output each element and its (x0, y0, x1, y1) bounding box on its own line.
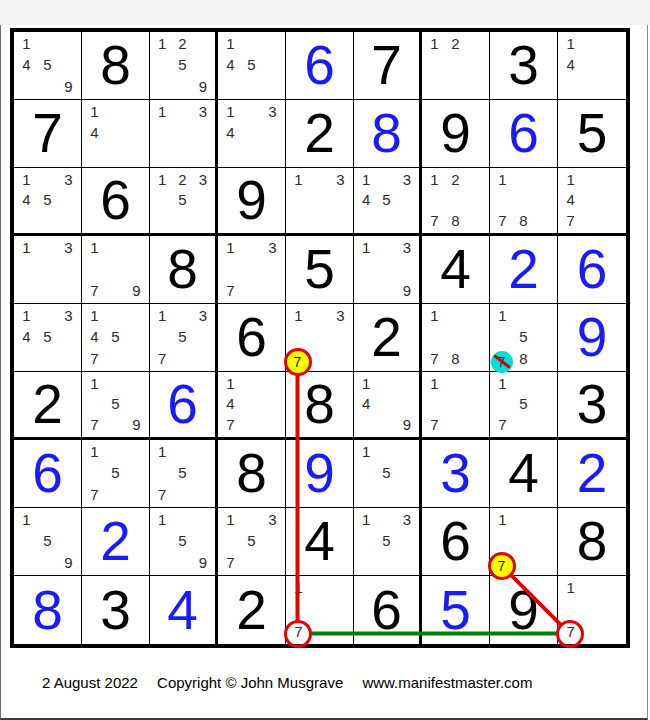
candidate-1: 1 (288, 305, 309, 326)
candidate-3: 3 (262, 101, 283, 122)
candidate-8: 8 (445, 210, 466, 231)
cell-r5c7[interactable]: 178 (422, 304, 490, 372)
footer-copyright: Copyright © John Musgrave (157, 674, 343, 691)
candidate-7: 7 (84, 280, 105, 301)
cell-r5c1[interactable]: 1345 (14, 304, 82, 372)
pencil-marks: 147 (220, 373, 283, 435)
pencil-marks: 13 (16, 237, 79, 301)
cell-r1c6[interactable]: 7 (354, 32, 422, 100)
top-band (0, 0, 650, 25)
candidate-7: 7 (220, 414, 241, 435)
pencil-marks: 17 (424, 373, 487, 435)
candidate-5: 5 (105, 394, 126, 415)
candidate-9: 9 (126, 414, 147, 435)
candidate-1: 1 (356, 373, 376, 394)
cell-r3c7[interactable]: 1278 (422, 168, 490, 236)
candidate-7: 7 (424, 414, 445, 435)
cell-r7c6[interactable]: 15 (354, 440, 422, 508)
candidate-1: 1 (424, 169, 445, 190)
cell-r2c5[interactable]: 2 (286, 100, 354, 168)
candidate-3: 3 (397, 509, 417, 530)
pencil-marks: 12 (424, 33, 487, 97)
pencil-marks: 158 (492, 305, 555, 369)
given-digit: 8 (218, 440, 285, 507)
pencil-marks: 179 (84, 237, 147, 301)
candidate-5: 5 (376, 190, 396, 211)
candidate-7: 7 (84, 484, 105, 505)
pencil-marks: 139 (356, 237, 417, 301)
sudoku-board: 1459812591456712314714131342896513456123… (10, 28, 630, 648)
candidate-1: 1 (288, 169, 309, 190)
candidate-5: 5 (172, 462, 192, 483)
pencil-marks: 178 (424, 305, 487, 369)
candidate-8: 8 (445, 348, 466, 369)
candidate-1: 1 (152, 169, 172, 190)
cell-r6c2[interactable]: 1579 (82, 372, 150, 440)
candidate-7: 7 (424, 210, 445, 231)
candidate-5: 5 (513, 394, 534, 415)
pencil-marks: 1357 (152, 305, 213, 369)
cell-r2c4[interactable]: 134 (218, 100, 286, 168)
candidate-4: 4 (220, 122, 241, 143)
pencil-marks: 1357 (220, 509, 283, 573)
cell-r9c6[interactable]: 6 (354, 576, 422, 644)
cell-r8c2[interactable]: 2 (82, 508, 150, 576)
candidate-5: 5 (172, 326, 192, 347)
cell-r6c4[interactable]: 147 (218, 372, 286, 440)
candidate-7: 7 (152, 484, 172, 505)
pencil-marks: 159 (16, 509, 79, 573)
cell-r8c9[interactable]: 8 (558, 508, 626, 576)
cell-r2c2[interactable]: 14 (82, 100, 150, 168)
candidate-1: 1 (560, 577, 581, 599)
pencil-marks: 157 (492, 373, 555, 435)
candidate-5: 5 (172, 190, 192, 211)
candidate-1: 1 (84, 101, 105, 122)
candidate-1: 1 (424, 305, 445, 326)
cell-r2c6[interactable]: 8 (354, 100, 422, 168)
pencil-marks: 149 (356, 373, 417, 435)
cell-r3c2[interactable]: 6 (82, 168, 150, 236)
pencil-marks: 1345 (16, 305, 79, 369)
cell-r3c1[interactable]: 1345 (14, 168, 82, 236)
cell-r2c7[interactable]: 9 (422, 100, 490, 168)
candidate-8: 8 (513, 210, 534, 231)
candidate-4: 4 (356, 190, 376, 211)
candidate-5: 5 (513, 326, 534, 347)
candidate-7: 7 (288, 620, 309, 642)
candidate-1: 1 (424, 373, 445, 394)
cell-r5c2[interactable]: 1457 (82, 304, 150, 372)
given-digit: 4 (422, 236, 489, 303)
cell-r4c9[interactable]: 6 (558, 236, 626, 304)
given-digit: 8 (82, 32, 149, 99)
candidate-9: 9 (397, 280, 417, 301)
candidate-1: 1 (152, 305, 172, 326)
solved-digit: 6 (286, 32, 353, 99)
candidate-4: 4 (16, 54, 37, 75)
candidate-1: 1 (560, 169, 581, 190)
given-digit: 3 (558, 372, 626, 437)
candidate-4: 4 (220, 54, 241, 75)
candidate-7: 7 (492, 210, 513, 231)
given-digit: 9 (218, 168, 285, 233)
cell-r7c8[interactable]: 4 (490, 440, 558, 508)
candidate-2: 2 (445, 169, 466, 190)
given-digit: 3 (82, 576, 149, 644)
candidate-1: 1 (220, 33, 241, 54)
pencil-marks: 14 (84, 101, 147, 165)
pencil-marks: 14 (560, 33, 624, 97)
candidate-1: 1 (560, 33, 581, 54)
cell-r9c7[interactable]: 5 (422, 576, 490, 644)
given-digit: 8 (286, 372, 353, 437)
given-digit: 6 (82, 168, 149, 233)
candidate-7: 7 (424, 348, 445, 369)
candidate-7: 7 (560, 620, 581, 642)
cell-r5c6[interactable]: 2 (354, 304, 422, 372)
cell-r8c8[interactable]: 1 (490, 508, 558, 576)
cell-r6c8[interactable]: 157 (490, 372, 558, 440)
cell-r3c4[interactable]: 9 (218, 168, 286, 236)
candidate-1: 1 (492, 509, 513, 530)
cell-r4c5[interactable]: 5 (286, 236, 354, 304)
cell-r7c7[interactable]: 3 (422, 440, 490, 508)
candidate-3: 3 (397, 169, 417, 190)
candidate-1: 1 (152, 101, 172, 122)
candidate-3: 3 (397, 237, 417, 258)
candidate-4: 4 (16, 190, 37, 211)
candidate-5: 5 (105, 326, 126, 347)
solved-digit: 6 (558, 236, 626, 303)
cell-r9c1[interactable]: 8 (14, 576, 82, 644)
cell-r5c4[interactable]: 6 (218, 304, 286, 372)
cell-r9c3[interactable]: 4 (150, 576, 218, 644)
candidate-4: 4 (560, 54, 581, 75)
cell-r7c1[interactable]: 6 (14, 440, 82, 508)
cell-r1c1[interactable]: 1459 (14, 32, 82, 100)
cell-r6c5[interactable]: 8 (286, 372, 354, 440)
cell-r3c8[interactable]: 178 (490, 168, 558, 236)
cell-r9c2[interactable]: 3 (82, 576, 150, 644)
cell-r3c6[interactable]: 1345 (354, 168, 422, 236)
cell-r8c6[interactable]: 135 (354, 508, 422, 576)
candidate-1: 1 (16, 509, 37, 530)
candidate-5: 5 (172, 54, 192, 75)
candidate-1: 1 (84, 441, 105, 462)
candidate-5: 5 (172, 530, 192, 551)
candidate-9: 9 (193, 552, 213, 573)
cell-r6c9[interactable]: 3 (558, 372, 626, 440)
puzzle-page: 1459812591456712314714131342896513456123… (0, 25, 648, 720)
candidate-3: 3 (193, 169, 213, 190)
candidate-5: 5 (105, 462, 126, 483)
candidate-2: 2 (445, 33, 466, 54)
cell-r4c4[interactable]: 137 (218, 236, 286, 304)
cell-r7c3[interactable]: 157 (150, 440, 218, 508)
given-digit: 2 (218, 576, 285, 644)
pencil-marks: 1459 (16, 33, 79, 97)
pencil-marks: 145 (220, 33, 283, 97)
candidate-1: 1 (152, 33, 172, 54)
footer-date: 2 August 2022 (42, 674, 138, 691)
solved-digit: 3 (422, 440, 489, 507)
pencil-marks: 1345 (356, 169, 417, 231)
candidate-2: 2 (172, 33, 192, 54)
cell-r5c8[interactable]: 158 (490, 304, 558, 372)
candidate-7: 7 (220, 552, 241, 573)
candidate-5: 5 (241, 54, 262, 75)
solved-digit: 2 (490, 236, 557, 303)
cell-r8c1[interactable]: 159 (14, 508, 82, 576)
candidate-3: 3 (58, 169, 79, 190)
cell-r8c3[interactable]: 159 (150, 508, 218, 576)
candidate-4: 4 (356, 394, 376, 415)
cell-r9c4[interactable]: 2 (218, 576, 286, 644)
given-digit: 4 (286, 508, 353, 575)
candidate-5: 5 (37, 54, 58, 75)
pencil-marks: 137 (220, 237, 283, 301)
candidate-9: 9 (193, 76, 213, 97)
solved-digit: 6 (490, 100, 557, 167)
candidate-1: 1 (356, 509, 376, 530)
solved-digit: 8 (354, 100, 419, 167)
pencil-marks: 135 (356, 509, 417, 573)
cell-r9c5[interactable]: 17 (286, 576, 354, 644)
candidate-4: 4 (84, 122, 105, 143)
candidate-1: 1 (220, 237, 241, 258)
cell-r8c4[interactable]: 1357 (218, 508, 286, 576)
candidate-1: 1 (220, 509, 241, 530)
given-digit: 2 (14, 372, 81, 437)
solved-digit: 6 (14, 440, 81, 507)
candidate-3: 3 (262, 237, 283, 258)
pencil-marks: 13 (288, 305, 351, 369)
candidate-1: 1 (220, 373, 241, 394)
candidate-3: 3 (193, 305, 213, 326)
candidate-1: 1 (152, 509, 172, 530)
given-digit: 6 (354, 576, 419, 644)
cell-r9c8[interactable]: 9 (490, 576, 558, 644)
candidate-5: 5 (376, 462, 396, 483)
cell-r4c1[interactable]: 13 (14, 236, 82, 304)
cell-r3c9[interactable]: 147 (558, 168, 626, 236)
pencil-marks: 157 (152, 441, 213, 505)
pencil-marks: 147 (560, 169, 624, 231)
candidate-5: 5 (37, 190, 58, 211)
candidate-1: 1 (492, 169, 513, 190)
candidate-7: 7 (220, 280, 241, 301)
cell-r4c7[interactable]: 4 (422, 236, 490, 304)
cell-r2c8[interactable]: 6 (490, 100, 558, 168)
candidate-4: 4 (84, 326, 105, 347)
solved-digit: 9 (558, 304, 626, 371)
given-digit: 5 (286, 236, 353, 303)
candidate-7: 7 (492, 414, 513, 435)
candidate-3: 3 (262, 509, 283, 530)
pencil-marks: 13 (288, 169, 351, 231)
candidate-5: 5 (37, 530, 58, 551)
cell-r1c7[interactable]: 12 (422, 32, 490, 100)
candidate-1: 1 (356, 441, 376, 462)
candidate-1: 1 (492, 305, 513, 326)
candidate-9: 9 (58, 552, 79, 573)
cell-r2c9[interactable]: 5 (558, 100, 626, 168)
candidate-7: 7 (84, 414, 105, 435)
cell-r5c9[interactable]: 9 (558, 304, 626, 372)
given-digit: 9 (422, 100, 489, 167)
candidate-7: 7 (84, 348, 105, 369)
candidate-1: 1 (84, 373, 105, 394)
candidate-3: 3 (330, 169, 351, 190)
given-digit: 4 (490, 440, 557, 507)
solved-digit: 2 (82, 508, 149, 575)
pencil-marks: 159 (152, 509, 213, 573)
cell-r4c8[interactable]: 2 (490, 236, 558, 304)
cell-r5c3[interactable]: 1357 (150, 304, 218, 372)
cell-r3c5[interactable]: 13 (286, 168, 354, 236)
cell-r6c3[interactable]: 6 (150, 372, 218, 440)
pencil-marks: 17 (560, 577, 624, 642)
pencil-marks: 157 (84, 441, 147, 505)
candidate-3: 3 (193, 101, 213, 122)
given-digit: 3 (490, 32, 557, 99)
candidate-1: 1 (220, 101, 241, 122)
candidate-4: 4 (16, 326, 37, 347)
cell-r6c7[interactable]: 17 (422, 372, 490, 440)
cell-r8c7[interactable]: 6 (422, 508, 490, 576)
given-digit: 2 (286, 100, 353, 167)
candidate-7: 7 (152, 348, 172, 369)
given-digit: 8 (150, 236, 215, 303)
pencil-marks: 134 (220, 101, 283, 165)
given-digit: 7 (14, 100, 81, 167)
pencil-marks: 17 (288, 577, 351, 642)
cell-r1c2[interactable]: 8 (82, 32, 150, 100)
pencil-marks: 1345 (16, 169, 79, 231)
given-digit: 6 (422, 508, 489, 575)
solved-digit: 5 (422, 576, 489, 644)
cell-r6c6[interactable]: 149 (354, 372, 422, 440)
pencil-marks: 1259 (152, 33, 213, 97)
candidate-1: 1 (152, 441, 172, 462)
candidate-3: 3 (330, 305, 351, 326)
cell-r3c3[interactable]: 1235 (150, 168, 218, 236)
cell-r8c5[interactable]: 4 (286, 508, 354, 576)
candidate-1: 1 (16, 33, 37, 54)
cell-r5c5[interactable]: 13 (286, 304, 354, 372)
candidate-1: 1 (84, 305, 105, 326)
pencil-marks: 1 (492, 509, 555, 573)
candidate-1: 1 (84, 237, 105, 258)
candidate-1: 1 (492, 373, 513, 394)
cell-r4c2[interactable]: 179 (82, 236, 150, 304)
pencil-marks: 13 (152, 101, 213, 165)
candidate-4: 4 (560, 190, 581, 211)
candidate-2: 2 (172, 169, 192, 190)
pencil-marks: 15 (356, 441, 417, 505)
cell-r6c1[interactable]: 2 (14, 372, 82, 440)
cell-r1c4[interactable]: 145 (218, 32, 286, 100)
footer-website-link[interactable]: www.manifestmaster.com (362, 674, 532, 691)
candidate-9: 9 (126, 280, 147, 301)
candidate-5: 5 (37, 326, 58, 347)
candidate-1: 1 (424, 33, 445, 54)
candidate-1: 1 (356, 237, 376, 258)
cell-r7c4[interactable]: 8 (218, 440, 286, 508)
candidate-8: 8 (513, 348, 534, 369)
cell-r2c3[interactable]: 13 (150, 100, 218, 168)
solved-digit: 8 (14, 576, 81, 644)
pencil-marks: 1457 (84, 305, 147, 369)
solved-digit: 6 (150, 372, 215, 437)
solved-digit: 2 (558, 440, 626, 507)
given-digit: 5 (558, 100, 626, 167)
pencil-marks: 178 (492, 169, 555, 231)
given-digit: 8 (558, 508, 626, 575)
candidate-3: 3 (58, 305, 79, 326)
cell-r1c3[interactable]: 1259 (150, 32, 218, 100)
cell-r7c5[interactable]: 9 (286, 440, 354, 508)
given-digit: 6 (218, 304, 285, 371)
cell-r9c9[interactable]: 17 (558, 576, 626, 644)
candidate-7: 7 (560, 210, 581, 231)
cell-r1c8[interactable]: 3 (490, 32, 558, 100)
pencil-marks: 1235 (152, 169, 213, 231)
given-digit: 9 (490, 576, 557, 644)
given-digit: 2 (354, 304, 419, 371)
candidate-1: 1 (16, 305, 37, 326)
candidate-1: 1 (16, 237, 37, 258)
candidate-1: 1 (288, 577, 309, 599)
cell-r4c3[interactable]: 8 (150, 236, 218, 304)
candidate-9: 9 (397, 414, 417, 435)
pencil-marks: 1278 (424, 169, 487, 231)
candidate-5: 5 (241, 530, 262, 551)
cell-r1c9[interactable]: 14 (558, 32, 626, 100)
solved-digit: 9 (286, 440, 353, 507)
candidate-1: 1 (16, 169, 37, 190)
cell-r4c6[interactable]: 139 (354, 236, 422, 304)
given-digit: 7 (354, 32, 419, 99)
candidate-1: 1 (356, 169, 376, 190)
cell-r7c2[interactable]: 157 (82, 440, 150, 508)
candidate-5: 5 (376, 530, 396, 551)
cell-r2c1[interactable]: 7 (14, 100, 82, 168)
candidate-3: 3 (58, 237, 79, 258)
cell-r7c9[interactable]: 2 (558, 440, 626, 508)
solved-digit: 4 (150, 576, 215, 644)
pencil-marks: 1579 (84, 373, 147, 435)
footer: 2 August 2022 Copyright © John Musgrave … (42, 674, 532, 691)
candidate-9: 9 (58, 76, 79, 97)
candidate-4: 4 (220, 394, 241, 415)
cell-r1c5[interactable]: 6 (286, 32, 354, 100)
